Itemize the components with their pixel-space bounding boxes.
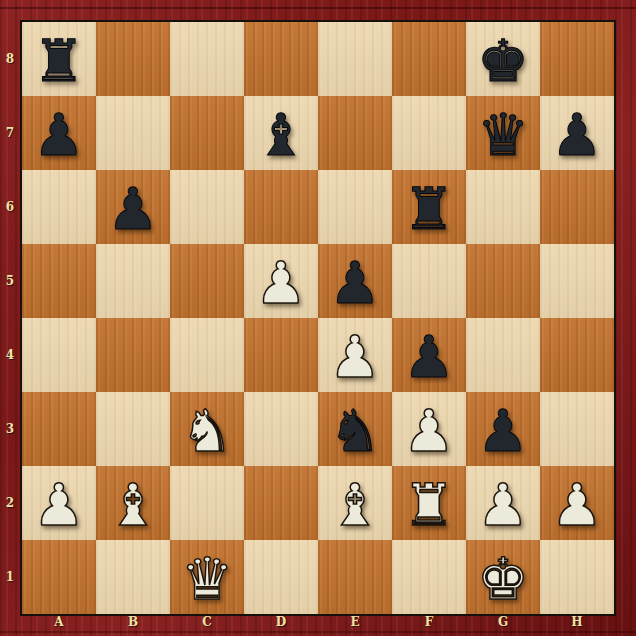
square-c8[interactable] (170, 22, 244, 96)
rank-label-3: 3 (0, 392, 20, 466)
square-b6[interactable]: ♟ (96, 170, 170, 244)
square-g7[interactable]: ♛ (466, 96, 540, 170)
square-d7[interactable]: ♝ (244, 96, 318, 170)
piece-bR-f6[interactable]: ♜ (392, 170, 466, 244)
square-b5[interactable] (96, 244, 170, 318)
piece-wP-a2[interactable]: ♟ (22, 466, 96, 540)
file-label-c: C (170, 612, 244, 634)
piece-wQ-c1[interactable]: ♛ (170, 540, 244, 614)
file-label-g: G (466, 612, 540, 634)
square-g8[interactable]: ♚ (466, 22, 540, 96)
piece-bP-e5[interactable]: ♟ (318, 244, 392, 318)
rank-label-2: 2 (0, 466, 20, 540)
piece-wB-b2[interactable]: ♝ (96, 466, 170, 540)
rank-label-1: 1 (0, 540, 20, 614)
piece-wK-g1[interactable]: ♚ (466, 540, 540, 614)
square-g4[interactable] (466, 318, 540, 392)
piece-wP-g2[interactable]: ♟ (466, 466, 540, 540)
square-d3[interactable] (244, 392, 318, 466)
rank-label-7: 7 (0, 96, 20, 170)
square-e1[interactable] (318, 540, 392, 614)
piece-bR-a8[interactable]: ♜ (22, 22, 96, 96)
square-f8[interactable] (392, 22, 466, 96)
rank-label-5: 5 (0, 244, 20, 318)
square-b3[interactable] (96, 392, 170, 466)
square-d4[interactable] (244, 318, 318, 392)
square-e3[interactable]: ♞ (318, 392, 392, 466)
piece-bK-g8[interactable]: ♚ (466, 22, 540, 96)
file-label-d: D (244, 612, 318, 634)
square-d5[interactable]: ♟ (244, 244, 318, 318)
square-f4[interactable]: ♟ (392, 318, 466, 392)
file-label-h: H (540, 612, 614, 634)
square-b2[interactable]: ♝ (96, 466, 170, 540)
square-f2[interactable]: ♜ (392, 466, 466, 540)
square-c5[interactable] (170, 244, 244, 318)
file-label-f: F (392, 612, 466, 634)
square-d2[interactable] (244, 466, 318, 540)
square-a1[interactable] (22, 540, 96, 614)
piece-wN-c3[interactable]: ♞ (170, 392, 244, 466)
square-a6[interactable] (22, 170, 96, 244)
piece-wB-e2[interactable]: ♝ (318, 466, 392, 540)
square-e7[interactable] (318, 96, 392, 170)
square-c3[interactable]: ♞ (170, 392, 244, 466)
square-c6[interactable] (170, 170, 244, 244)
piece-bP-h7[interactable]: ♟ (540, 96, 614, 170)
square-g2[interactable]: ♟ (466, 466, 540, 540)
square-h8[interactable] (540, 22, 614, 96)
rank-label-8: 8 (0, 22, 20, 96)
square-e6[interactable] (318, 170, 392, 244)
file-label-b: B (96, 612, 170, 634)
square-c4[interactable] (170, 318, 244, 392)
square-b4[interactable] (96, 318, 170, 392)
piece-wP-d5[interactable]: ♟ (244, 244, 318, 318)
piece-wP-h2[interactable]: ♟ (540, 466, 614, 540)
piece-bP-b6[interactable]: ♟ (96, 170, 170, 244)
square-h3[interactable] (540, 392, 614, 466)
piece-wP-e4[interactable]: ♟ (318, 318, 392, 392)
piece-bQ-g7[interactable]: ♛ (466, 96, 540, 170)
piece-bP-g3[interactable]: ♟ (466, 392, 540, 466)
square-b7[interactable] (96, 96, 170, 170)
square-f3[interactable]: ♟ (392, 392, 466, 466)
piece-bP-f4[interactable]: ♟ (392, 318, 466, 392)
square-d6[interactable] (244, 170, 318, 244)
square-h4[interactable] (540, 318, 614, 392)
square-f7[interactable] (392, 96, 466, 170)
piece-bP-a7[interactable]: ♟ (22, 96, 96, 170)
square-h2[interactable]: ♟ (540, 466, 614, 540)
square-e4[interactable]: ♟ (318, 318, 392, 392)
square-a2[interactable]: ♟ (22, 466, 96, 540)
square-d8[interactable] (244, 22, 318, 96)
rank-label-4: 4 (0, 318, 20, 392)
square-e5[interactable]: ♟ (318, 244, 392, 318)
square-a7[interactable]: ♟ (22, 96, 96, 170)
square-f6[interactable]: ♜ (392, 170, 466, 244)
square-g3[interactable]: ♟ (466, 392, 540, 466)
square-e8[interactable] (318, 22, 392, 96)
square-h1[interactable] (540, 540, 614, 614)
square-h6[interactable] (540, 170, 614, 244)
file-label-e: E (318, 612, 392, 634)
file-label-a: A (22, 612, 96, 634)
square-a8[interactable]: ♜ (22, 22, 96, 96)
chess-board-window: ♜♚♟♝♛♟♟♜♟♟♟♟♞♞♟♟♟♝♝♜♟♟♛♚ 87654321ABCDEFG… (0, 0, 636, 636)
square-d1[interactable] (244, 540, 318, 614)
square-h5[interactable] (540, 244, 614, 318)
square-f5[interactable] (392, 244, 466, 318)
square-h7[interactable]: ♟ (540, 96, 614, 170)
square-c7[interactable] (170, 96, 244, 170)
square-a3[interactable] (22, 392, 96, 466)
square-c2[interactable] (170, 466, 244, 540)
piece-bB-d7[interactable]: ♝ (244, 96, 318, 170)
square-b1[interactable] (96, 540, 170, 614)
square-g5[interactable] (466, 244, 540, 318)
rank-label-6: 6 (0, 170, 20, 244)
square-e2[interactable]: ♝ (318, 466, 392, 540)
square-g6[interactable] (466, 170, 540, 244)
square-c1[interactable]: ♛ (170, 540, 244, 614)
border-groove-top (0, 7, 636, 9)
square-f1[interactable] (392, 540, 466, 614)
chess-board: ♜♚♟♝♛♟♟♜♟♟♟♟♞♞♟♟♟♝♝♜♟♟♛♚ (20, 20, 616, 616)
piece-wP-f3[interactable]: ♟ (392, 392, 466, 466)
square-g1[interactable]: ♚ (466, 540, 540, 614)
square-b8[interactable] (96, 22, 170, 96)
square-a4[interactable] (22, 318, 96, 392)
piece-bN-e3[interactable]: ♞ (318, 392, 392, 466)
square-a5[interactable] (22, 244, 96, 318)
piece-wR-f2[interactable]: ♜ (392, 466, 466, 540)
